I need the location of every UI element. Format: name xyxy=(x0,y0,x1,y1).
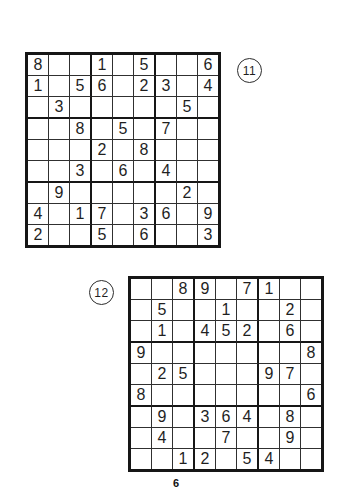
cell-r4c5 xyxy=(216,343,237,364)
cell-r3c4: 4 xyxy=(195,321,216,343)
cell-r1c9: 6 xyxy=(198,55,218,76)
cell-r6c2 xyxy=(49,161,70,183)
cell-r8c8: 9 xyxy=(280,428,301,449)
cell-r6c2 xyxy=(152,385,173,407)
cell-r8c6 xyxy=(237,428,259,449)
cell-r4c8 xyxy=(280,343,301,364)
cell-r5c1 xyxy=(28,140,49,161)
cell-r2c9: 4 xyxy=(198,76,218,97)
cell-r6c7 xyxy=(259,385,280,407)
cell-r4c3 xyxy=(173,343,195,364)
cell-r9c9: 3 xyxy=(198,225,218,245)
cell-r4c2 xyxy=(49,119,70,140)
cell-r4c2 xyxy=(152,343,173,364)
cell-r6c9: 6 xyxy=(301,385,321,407)
cell-r3c9 xyxy=(301,321,321,343)
cell-r1c2 xyxy=(49,55,70,76)
cell-r5c1 xyxy=(131,364,152,385)
cell-r1c1 xyxy=(131,279,152,300)
sudoku-board-12: 89715121452698259786936484791254 xyxy=(128,276,324,472)
book-page: 11 81561562343585728364924173692563 12 8… xyxy=(0,0,352,500)
cell-r7c7 xyxy=(156,183,177,204)
cell-r1c8 xyxy=(177,55,198,76)
cell-r7c9 xyxy=(301,407,321,428)
cell-r1c5 xyxy=(113,55,134,76)
cell-r2c8 xyxy=(177,76,198,97)
cell-r4c3: 8 xyxy=(70,119,92,140)
cell-r3c8: 6 xyxy=(280,321,301,343)
cell-r6c1: 8 xyxy=(131,385,152,407)
cell-r3c3 xyxy=(70,97,92,119)
cell-r8c5: 7 xyxy=(216,428,237,449)
cell-r7c5: 6 xyxy=(216,407,237,428)
cell-r1c8 xyxy=(280,279,301,300)
cell-r5c4: 2 xyxy=(92,140,113,161)
cell-r4c7: 7 xyxy=(156,119,177,140)
cell-r5c5 xyxy=(113,140,134,161)
cell-r5c4 xyxy=(195,364,216,385)
cell-r7c8: 2 xyxy=(177,183,198,204)
cell-r4c6 xyxy=(237,343,259,364)
cell-r1c6: 5 xyxy=(134,55,156,76)
cell-r6c3 xyxy=(173,385,195,407)
cell-r2c1 xyxy=(131,300,152,321)
cell-r6c8 xyxy=(177,161,198,183)
cell-r8c7: 6 xyxy=(156,204,177,225)
cell-r2c2 xyxy=(49,76,70,97)
cell-r4c4 xyxy=(92,119,113,140)
cell-r4c9: 8 xyxy=(301,343,321,364)
cell-r1c4: 1 xyxy=(92,55,113,76)
cell-r5c9 xyxy=(198,140,218,161)
cell-r2c7 xyxy=(259,300,280,321)
cell-r7c2: 9 xyxy=(152,407,173,428)
cell-r7c8: 8 xyxy=(280,407,301,428)
cell-r7c2: 9 xyxy=(49,183,70,204)
cell-r6c4 xyxy=(92,161,113,183)
cell-r7c3 xyxy=(70,183,92,204)
page-number: 6 xyxy=(0,477,352,489)
cell-r8c7 xyxy=(259,428,280,449)
cell-r7c4 xyxy=(92,183,113,204)
puzzle-11-label: 11 xyxy=(237,58,262,83)
cell-r4c6 xyxy=(134,119,156,140)
cell-r2c6: 2 xyxy=(134,76,156,97)
cell-r9c2 xyxy=(49,225,70,245)
cell-r6c3: 3 xyxy=(70,161,92,183)
cell-r1c3 xyxy=(70,55,92,76)
cell-r3c1 xyxy=(28,97,49,119)
cell-r9c1: 2 xyxy=(28,225,49,245)
cell-r3c7 xyxy=(156,97,177,119)
cell-r2c5 xyxy=(113,76,134,97)
cell-r5c8: 7 xyxy=(280,364,301,385)
cell-r8c5 xyxy=(113,204,134,225)
cell-r9c8 xyxy=(280,449,301,469)
cell-r6c9 xyxy=(198,161,218,183)
cell-r2c3: 5 xyxy=(70,76,92,97)
cell-r7c4: 3 xyxy=(195,407,216,428)
cell-r8c2 xyxy=(49,204,70,225)
cell-r8c4 xyxy=(195,428,216,449)
cell-r5c3 xyxy=(70,140,92,161)
cell-r3c8: 5 xyxy=(177,97,198,119)
cell-r4c5: 5 xyxy=(113,119,134,140)
cell-r6c6 xyxy=(237,385,259,407)
cell-r1c1: 8 xyxy=(28,55,49,76)
cell-r7c6: 4 xyxy=(237,407,259,428)
cell-r4c1 xyxy=(28,119,49,140)
cell-r7c1 xyxy=(131,407,152,428)
cell-r2c2: 5 xyxy=(152,300,173,321)
cell-r3c3 xyxy=(173,321,195,343)
cell-r5c8 xyxy=(177,140,198,161)
cell-r5c2: 2 xyxy=(152,364,173,385)
cell-r8c9: 9 xyxy=(198,204,218,225)
cell-r1c2 xyxy=(152,279,173,300)
cell-r9c6: 5 xyxy=(237,449,259,469)
cell-r5c2 xyxy=(49,140,70,161)
cell-r5c6 xyxy=(237,364,259,385)
cell-r3c2: 3 xyxy=(49,97,70,119)
cell-r9c7: 4 xyxy=(259,449,280,469)
cell-r9c6: 6 xyxy=(134,225,156,245)
cell-r6c1 xyxy=(28,161,49,183)
cell-r8c9 xyxy=(301,428,321,449)
cell-r4c1: 9 xyxy=(131,343,152,364)
cell-r6c5 xyxy=(216,385,237,407)
cell-r5c3: 5 xyxy=(173,364,195,385)
cell-r7c1 xyxy=(28,183,49,204)
cell-r9c7 xyxy=(156,225,177,245)
cell-r8c8 xyxy=(177,204,198,225)
puzzle-12-label: 12 xyxy=(89,280,114,305)
cell-r4c4 xyxy=(195,343,216,364)
cell-r5c7 xyxy=(156,140,177,161)
cell-r3c6: 2 xyxy=(237,321,259,343)
cell-r9c3: 1 xyxy=(173,449,195,469)
cell-r3c7 xyxy=(259,321,280,343)
cell-r8c4: 7 xyxy=(92,204,113,225)
cell-r5c6: 8 xyxy=(134,140,156,161)
cell-r5c5 xyxy=(216,364,237,385)
cell-r2c5: 1 xyxy=(216,300,237,321)
cell-r6c6 xyxy=(134,161,156,183)
cell-r7c5 xyxy=(113,183,134,204)
cell-r3c5 xyxy=(113,97,134,119)
cell-r2c8: 2 xyxy=(280,300,301,321)
cell-r4c7 xyxy=(259,343,280,364)
cell-r8c1 xyxy=(131,428,152,449)
cell-r3c9 xyxy=(198,97,218,119)
cell-r9c4: 5 xyxy=(92,225,113,245)
cell-r2c4 xyxy=(195,300,216,321)
cell-r3c1 xyxy=(131,321,152,343)
cell-r2c6 xyxy=(237,300,259,321)
cell-r1c4: 9 xyxy=(195,279,216,300)
cell-r8c3: 1 xyxy=(70,204,92,225)
cell-r9c1 xyxy=(131,449,152,469)
cell-r2c3 xyxy=(173,300,195,321)
cell-r1c9 xyxy=(301,279,321,300)
cell-r1c5 xyxy=(216,279,237,300)
cell-r9c5 xyxy=(216,449,237,469)
cell-r7c3 xyxy=(173,407,195,428)
cell-r8c3 xyxy=(173,428,195,449)
cell-r1c7: 1 xyxy=(259,279,280,300)
cell-r8c2: 4 xyxy=(152,428,173,449)
cell-r5c7: 9 xyxy=(259,364,280,385)
cell-r8c6: 3 xyxy=(134,204,156,225)
cell-r9c5 xyxy=(113,225,134,245)
cell-r2c4: 6 xyxy=(92,76,113,97)
cell-r7c7 xyxy=(259,407,280,428)
cell-r1c3: 8 xyxy=(173,279,195,300)
cell-r1c6: 7 xyxy=(237,279,259,300)
cell-r8c1: 4 xyxy=(28,204,49,225)
cell-r6c5: 6 xyxy=(113,161,134,183)
cell-r3c4 xyxy=(92,97,113,119)
cell-r5c9 xyxy=(301,364,321,385)
cell-r3c6 xyxy=(134,97,156,119)
cell-r2c1: 1 xyxy=(28,76,49,97)
cell-r2c7: 3 xyxy=(156,76,177,97)
cell-r3c2: 1 xyxy=(152,321,173,343)
cell-r7c9 xyxy=(198,183,218,204)
cell-r4c8 xyxy=(177,119,198,140)
cell-r1c7 xyxy=(156,55,177,76)
cell-r3c5: 5 xyxy=(216,321,237,343)
cell-r6c4 xyxy=(195,385,216,407)
cell-r2c9 xyxy=(301,300,321,321)
cell-r9c2 xyxy=(152,449,173,469)
cell-r6c7: 4 xyxy=(156,161,177,183)
cell-r9c9 xyxy=(301,449,321,469)
cell-r7c6 xyxy=(134,183,156,204)
cell-r4c9 xyxy=(198,119,218,140)
cell-r9c4: 2 xyxy=(195,449,216,469)
cell-r6c8 xyxy=(280,385,301,407)
cell-r9c8 xyxy=(177,225,198,245)
cell-r9c3 xyxy=(70,225,92,245)
sudoku-board-11: 81561562343585728364924173692563 xyxy=(25,52,221,248)
